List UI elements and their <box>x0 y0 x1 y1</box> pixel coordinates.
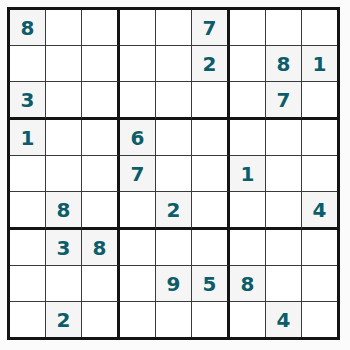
cell-r2c4[interactable] <box>120 46 156 82</box>
cell-r9c3[interactable] <box>82 302 120 337</box>
cell-r2c8[interactable]: 8 <box>266 46 302 82</box>
cell-r5c8[interactable] <box>266 156 302 192</box>
cell-r1c7[interactable] <box>230 10 266 46</box>
cell-r8c1[interactable] <box>10 266 46 302</box>
cell-r3c3[interactable] <box>82 82 120 120</box>
cell-r6c2[interactable]: 8 <box>46 192 82 230</box>
cell-r8c9[interactable] <box>302 266 337 302</box>
cell-r7c9[interactable] <box>302 230 337 266</box>
cell-r7c8[interactable] <box>266 230 302 266</box>
cell-r7c3[interactable]: 8 <box>82 230 120 266</box>
cell-r5c2[interactable] <box>46 156 82 192</box>
cell-r5c5[interactable] <box>156 156 192 192</box>
cell-r2c9[interactable]: 1 <box>302 46 337 82</box>
cell-r8c2[interactable] <box>46 266 82 302</box>
sudoku-board: 872813716718243895824 <box>7 7 340 340</box>
cell-r9c8[interactable]: 4 <box>266 302 302 337</box>
cell-r3c9[interactable] <box>302 82 337 120</box>
cell-r4c9[interactable] <box>302 120 337 156</box>
cell-r5c6[interactable] <box>192 156 230 192</box>
cell-r9c5[interactable] <box>156 302 192 337</box>
cell-r1c5[interactable] <box>156 10 192 46</box>
cell-r1c9[interactable] <box>302 10 337 46</box>
cell-r9c9[interactable] <box>302 302 337 337</box>
cell-r7c2[interactable]: 3 <box>46 230 82 266</box>
cell-r5c9[interactable] <box>302 156 337 192</box>
cell-r4c2[interactable] <box>46 120 82 156</box>
cell-r4c5[interactable] <box>156 120 192 156</box>
cell-r3c4[interactable] <box>120 82 156 120</box>
cell-r1c2[interactable] <box>46 10 82 46</box>
sudoku-board-wrap: 872813716718243895824 <box>7 7 340 340</box>
cell-r3c6[interactable] <box>192 82 230 120</box>
cell-r8c8[interactable] <box>266 266 302 302</box>
cell-r6c7[interactable] <box>230 192 266 230</box>
cell-r8c4[interactable] <box>120 266 156 302</box>
cell-r4c7[interactable] <box>230 120 266 156</box>
cell-r4c4[interactable]: 6 <box>120 120 156 156</box>
cell-r3c2[interactable] <box>46 82 82 120</box>
cell-r8c7[interactable]: 8 <box>230 266 266 302</box>
cell-r2c2[interactable] <box>46 46 82 82</box>
cell-r1c4[interactable] <box>120 10 156 46</box>
cell-r8c6[interactable]: 5 <box>192 266 230 302</box>
cell-r8c3[interactable] <box>82 266 120 302</box>
cell-r2c1[interactable] <box>10 46 46 82</box>
cell-r2c5[interactable] <box>156 46 192 82</box>
cell-r4c3[interactable] <box>82 120 120 156</box>
cell-r2c7[interactable] <box>230 46 266 82</box>
cell-r9c7[interactable] <box>230 302 266 337</box>
cell-r7c6[interactable] <box>192 230 230 266</box>
cell-r7c7[interactable] <box>230 230 266 266</box>
cell-r2c3[interactable] <box>82 46 120 82</box>
cell-r5c3[interactable] <box>82 156 120 192</box>
cell-r4c1[interactable]: 1 <box>10 120 46 156</box>
cell-r5c4[interactable]: 7 <box>120 156 156 192</box>
cell-r1c3[interactable] <box>82 10 120 46</box>
cell-r7c1[interactable] <box>10 230 46 266</box>
cell-r6c9[interactable]: 4 <box>302 192 337 230</box>
cell-r4c6[interactable] <box>192 120 230 156</box>
cell-r2c6[interactable]: 2 <box>192 46 230 82</box>
cell-r6c5[interactable]: 2 <box>156 192 192 230</box>
cell-r9c2[interactable]: 2 <box>46 302 82 337</box>
cell-r1c8[interactable] <box>266 10 302 46</box>
cell-r5c7[interactable]: 1 <box>230 156 266 192</box>
cell-r3c8[interactable]: 7 <box>266 82 302 120</box>
cell-r5c1[interactable] <box>10 156 46 192</box>
cell-r9c1[interactable] <box>10 302 46 337</box>
cell-r4c8[interactable] <box>266 120 302 156</box>
cell-r7c4[interactable] <box>120 230 156 266</box>
cell-r8c5[interactable]: 9 <box>156 266 192 302</box>
cell-r9c6[interactable] <box>192 302 230 337</box>
cell-r9c4[interactable] <box>120 302 156 337</box>
cell-r1c6[interactable]: 7 <box>192 10 230 46</box>
cell-r6c3[interactable] <box>82 192 120 230</box>
cell-r3c1[interactable]: 3 <box>10 82 46 120</box>
cell-r6c8[interactable] <box>266 192 302 230</box>
cell-r6c4[interactable] <box>120 192 156 230</box>
cell-r7c5[interactable] <box>156 230 192 266</box>
cell-r3c5[interactable] <box>156 82 192 120</box>
cell-r6c6[interactable] <box>192 192 230 230</box>
cell-r1c1[interactable]: 8 <box>10 10 46 46</box>
cell-r6c1[interactable] <box>10 192 46 230</box>
cell-r3c7[interactable] <box>230 82 266 120</box>
